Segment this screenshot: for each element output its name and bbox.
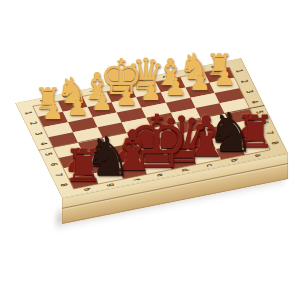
rank-label: 5: [246, 107, 274, 118]
rank-label: 7: [256, 127, 284, 138]
rank-label: 4: [30, 138, 58, 149]
photo-stage: hgfedcba 12345678 12345678 hgfedcba ♜♞♝♛…: [0, 0, 300, 300]
rank-label: 8: [261, 138, 289, 149]
rank-label: 6: [251, 117, 279, 128]
rank-label: 2: [19, 118, 47, 129]
rank-label: 4: [241, 96, 269, 107]
rank-label: 7: [45, 169, 73, 180]
rank-label: 5: [35, 149, 63, 160]
rank-label: 6: [40, 159, 68, 170]
rank-label: 3: [25, 128, 53, 139]
rank-label: 1: [14, 107, 42, 118]
rank-label: 2: [230, 76, 258, 87]
rank-label: 1: [225, 66, 253, 77]
rank-label: 3: [236, 86, 264, 97]
